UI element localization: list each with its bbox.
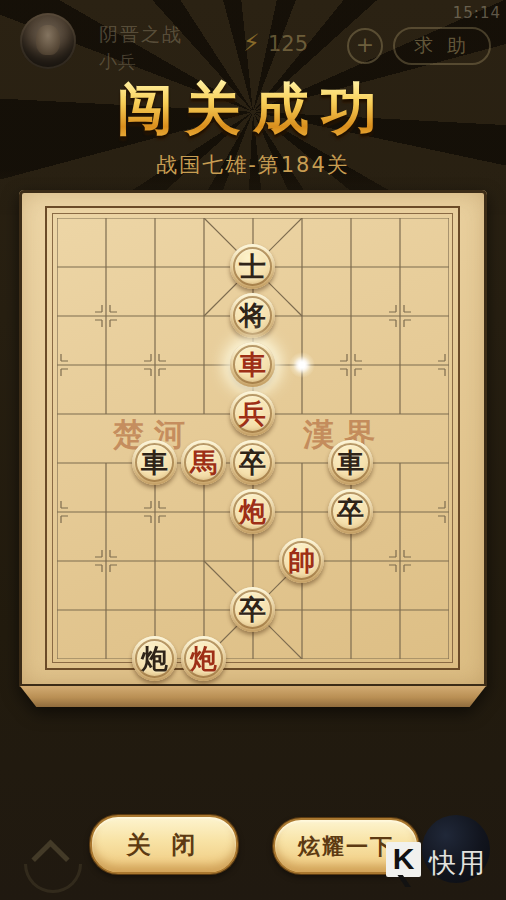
black-chariot[interactable]: 車 (132, 440, 177, 485)
kuaiyong-watermark-text: 快用 (429, 845, 487, 881)
board-surface: 楚河 漢界 士将車兵車馬卒車炮卒帥卒炮炮 (19, 190, 487, 687)
red-chariot[interactable]: 車 (230, 342, 275, 387)
black-soldier[interactable]: 卒 (328, 489, 373, 534)
page-title: 闯关成功 (0, 72, 506, 148)
lightning-bolt-icon: ⚡ (243, 29, 260, 57)
xiangqi-board: 楚河 漢界 士将車兵車馬卒車炮卒帥卒炮炮 (19, 190, 487, 707)
kuaiyong-logo: K (386, 842, 421, 877)
red-cannon[interactable]: 炮 (181, 636, 226, 681)
battle-name: 阴晋之战 (99, 22, 183, 48)
avatar[interactable] (20, 13, 76, 69)
help-button[interactable]: 求 助 (393, 27, 491, 65)
battle-sub-name: 小兵 (99, 50, 137, 74)
black-chariot[interactable]: 車 (328, 440, 373, 485)
black-soldier[interactable]: 卒 (230, 440, 275, 485)
close-button[interactable]: 关 闭 (90, 815, 238, 874)
black-general[interactable]: 将 (230, 293, 275, 338)
kuaiyong-logo-letter: K (393, 842, 415, 876)
system-clock: 15:14 (453, 4, 501, 22)
level-clear-screen: 阴晋之战 小兵 ⚡ 125 + 求 助 15:14 闯关成功 战国七雄-第184… (0, 0, 506, 900)
piece-layer: 士将車兵車馬卒車炮卒帥卒炮炮 (32, 193, 473, 683)
add-energy-button[interactable]: + (347, 28, 383, 64)
red-soldier[interactable]: 兵 (230, 391, 275, 436)
red-cannon[interactable]: 炮 (230, 489, 275, 534)
level-subtitle: 战国七雄-第184关 (0, 151, 506, 179)
red-general[interactable]: 帥 (279, 538, 324, 583)
collapse-arc (24, 864, 82, 893)
black-cannon[interactable]: 炮 (132, 636, 177, 681)
sparkle-effect (289, 352, 315, 378)
black-advisor[interactable]: 士 (230, 244, 275, 289)
black-soldier[interactable]: 卒 (230, 587, 275, 632)
energy-count: 125 (268, 32, 308, 56)
board-front-edge (20, 686, 486, 707)
red-horse[interactable]: 馬 (181, 440, 226, 485)
